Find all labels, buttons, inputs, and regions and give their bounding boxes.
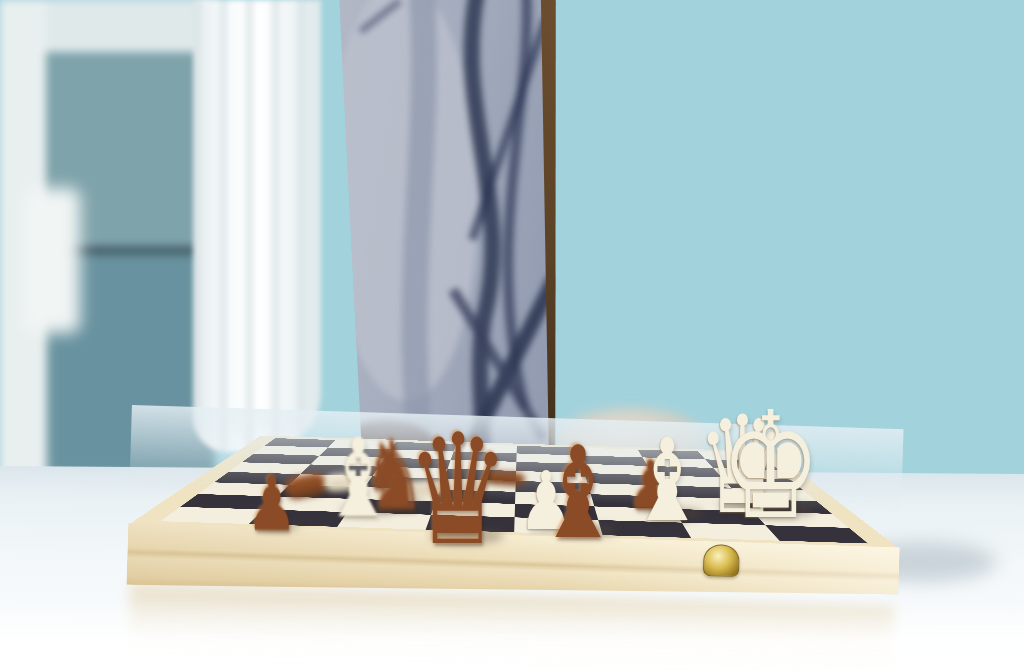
dark-bishop-glyph: ♝ — [535, 430, 622, 557]
piece-dark-queen: ♛ — [409, 420, 508, 538]
dark-queen-glyph: ♛ — [406, 414, 510, 567]
pieces-layer: ♟♝♞♛♟♝♟♝♛♚ — [0, 0, 1024, 670]
table-sheen — [0, 600, 1024, 670]
room-photo: ♟♝♞♛♟♝♟♝♛♚ — [0, 0, 1024, 670]
light-king-glyph: ♚ — [721, 392, 822, 540]
piece-light-bishop: ♝ — [630, 428, 704, 516]
piece-light-king: ♚ — [723, 398, 818, 512]
piece-dark-bishop: ♝ — [537, 435, 619, 533]
light-bishop-glyph: ♝ — [628, 424, 706, 538]
piece-dark-pawn: ♟ — [248, 470, 296, 528]
dark-pawn-glyph: ♟ — [246, 467, 297, 542]
